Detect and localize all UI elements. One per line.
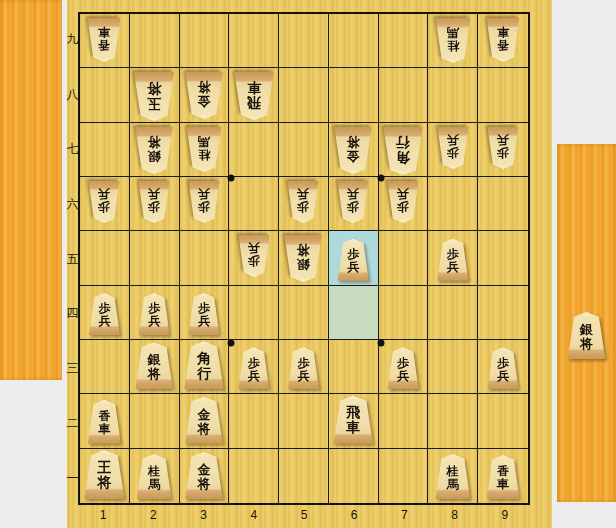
- piece-kanji-top: 王: [97, 461, 111, 475]
- piece-lance-top[interactable]: 香車: [486, 18, 521, 62]
- piece-face: 歩兵: [337, 239, 370, 281]
- piece-kanji-top: 香: [98, 410, 110, 422]
- square-5-3[interactable]: 歩兵: [279, 340, 329, 394]
- piece-kanji-bottom: 兵: [98, 188, 110, 200]
- square-2-6[interactable]: 歩兵: [130, 177, 180, 231]
- square-4-4[interactable]: [229, 286, 279, 340]
- square-9-9[interactable]: 香車: [478, 14, 528, 68]
- piece-pawn-bottom[interactable]: 歩兵: [138, 293, 171, 335]
- piece-kanji-bottom: 将: [580, 337, 593, 350]
- piece-kanji-bottom: 兵: [497, 134, 509, 146]
- file-label-6: 6: [329, 507, 379, 525]
- square-3-8[interactable]: 金将: [180, 68, 230, 122]
- piece-face: 歩兵: [88, 293, 121, 335]
- piece-kanji-bottom: 兵: [447, 261, 459, 273]
- piece-kanji-top: 飛: [346, 406, 360, 420]
- square-4-7[interactable]: [229, 123, 279, 177]
- square-2-2[interactable]: [130, 394, 180, 448]
- piece-kanji-bottom: 車: [247, 81, 261, 95]
- piece-face: 歩兵: [237, 347, 270, 389]
- piece-kanji-bottom: 将: [147, 81, 161, 95]
- piece-face: 歩兵: [487, 127, 520, 169]
- piece-kanji-bottom: 兵: [397, 370, 409, 382]
- square-1-1[interactable]: 王将: [80, 449, 130, 503]
- piece-kanji-bottom: 馬: [447, 478, 459, 490]
- piece-pawn-top[interactable]: 歩兵: [337, 181, 370, 223]
- file-label-5: 5: [279, 507, 329, 525]
- piece-kanji-top: 金: [347, 150, 360, 163]
- square-8-5[interactable]: 歩兵: [428, 231, 478, 285]
- piece-bishop-bottom[interactable]: 角行: [183, 341, 225, 389]
- rank-label-8: 八: [66, 87, 79, 101]
- piece-kanji-bottom: 車: [98, 423, 110, 435]
- square-8-7[interactable]: 歩兵: [428, 123, 478, 177]
- piece-face: 桂馬: [185, 127, 222, 172]
- piece-pawn-top[interactable]: 歩兵: [237, 235, 270, 277]
- square-3-7[interactable]: 桂馬: [180, 123, 230, 177]
- piece-face: 歩兵: [387, 181, 420, 223]
- piece-face: 歩兵: [337, 181, 370, 223]
- rank-label-4: 四: [66, 306, 79, 320]
- piece-face: 銀将: [134, 127, 174, 174]
- file-label-8: 8: [430, 507, 480, 525]
- rank-label-5: 五: [66, 252, 79, 266]
- square-6-4[interactable]: [329, 286, 379, 340]
- square-1-7[interactable]: [80, 123, 130, 177]
- piece-kanji-bottom: 馬: [148, 478, 160, 490]
- piece-kanji-bottom: 将: [148, 136, 161, 149]
- piece-kanji-top: 歩: [248, 357, 260, 369]
- square-9-6[interactable]: [478, 177, 528, 231]
- piece-pawn-bottom[interactable]: 歩兵: [287, 347, 320, 389]
- piece-kanji-top: 歩: [148, 302, 160, 314]
- rank-label-7: 七: [66, 142, 79, 156]
- square-5-7[interactable]: [279, 123, 329, 177]
- rank-label-9: 九: [66, 32, 79, 46]
- piece-kanji-top: 歩: [497, 357, 509, 369]
- square-1-8[interactable]: [80, 68, 130, 122]
- piece-kanji-top: 飛: [247, 96, 261, 110]
- square-8-2[interactable]: [428, 394, 478, 448]
- square-2-9[interactable]: [130, 14, 180, 68]
- file-label-9: 9: [480, 507, 530, 525]
- piece-kanji-top: 銀: [580, 323, 593, 336]
- piece-face: 金将: [184, 452, 224, 499]
- square-1-5[interactable]: [80, 231, 130, 285]
- piece-kanji-top: 桂: [447, 40, 459, 52]
- square-4-6[interactable]: [229, 177, 279, 231]
- square-4-8[interactable]: 飛車: [229, 68, 279, 122]
- piece-pawn-bottom[interactable]: 歩兵: [387, 347, 420, 389]
- piece-kanji-top: 歩: [248, 256, 260, 268]
- piece-silver-bottom[interactable]: 銀将: [567, 312, 607, 359]
- square-5-8[interactable]: [279, 68, 329, 122]
- piece-pawn-top[interactable]: 歩兵: [436, 127, 469, 169]
- piece-pawn-top[interactable]: 歩兵: [187, 181, 220, 223]
- piece-kanji-top: 香: [497, 40, 509, 52]
- piece-face: 香車: [486, 18, 521, 62]
- square-8-8[interactable]: [428, 68, 478, 122]
- piece-face: 角行: [183, 341, 225, 389]
- square-6-9[interactable]: [329, 14, 379, 68]
- square-6-8[interactable]: [329, 68, 379, 122]
- square-1-3[interactable]: [80, 340, 130, 394]
- piece-face: 歩兵: [88, 181, 121, 223]
- piece-pawn-top[interactable]: 歩兵: [287, 181, 320, 223]
- piece-kanji-bottom: 将: [148, 367, 161, 380]
- piece-kanji-bottom: 車: [346, 421, 360, 435]
- piece-lance-top[interactable]: 香車: [87, 18, 122, 62]
- piece-kanji-top: 銀: [297, 258, 310, 271]
- shogi-board: 香車桂馬香車玉将金将飛車銀将桂馬金将角行歩兵歩兵歩兵歩兵歩兵歩兵歩兵歩兵歩兵銀将…: [67, 0, 552, 528]
- piece-kanji-bottom: 車: [98, 27, 110, 39]
- square-9-3[interactable]: 歩兵: [478, 340, 528, 394]
- square-4-3[interactable]: 歩兵: [229, 340, 279, 394]
- piece-face: 銀将: [567, 312, 607, 359]
- piece-kanji-top: 銀: [148, 353, 161, 366]
- piece-face: 玉将: [133, 72, 176, 121]
- square-7-3[interactable]: 歩兵: [379, 340, 429, 394]
- square-5-4[interactable]: [279, 286, 329, 340]
- square-6-5[interactable]: 歩兵: [329, 231, 379, 285]
- square-8-1[interactable]: 桂馬: [428, 449, 478, 503]
- piece-face: 飛車: [233, 72, 275, 120]
- piece-kanji-bottom: 馬: [447, 27, 459, 39]
- rank-label-3: 三: [66, 361, 79, 375]
- piece-kanji-bottom: 将: [97, 476, 111, 490]
- rank-label-1: 一: [66, 471, 79, 485]
- square-3-2[interactable]: 金将: [180, 394, 230, 448]
- square-6-3[interactable]: [329, 340, 379, 394]
- piece-kanji-top: 金: [197, 463, 210, 476]
- piece-kanji-top: 金: [197, 408, 210, 421]
- piece-lance-bottom[interactable]: 香車: [87, 400, 122, 444]
- piece-bishop-top[interactable]: 角行: [382, 127, 424, 175]
- piece-kanji-top: 桂: [148, 465, 160, 477]
- square-1-9[interactable]: 香車: [80, 14, 130, 68]
- square-1-6[interactable]: 歩兵: [80, 177, 130, 231]
- piece-kanji-bottom: 将: [197, 81, 210, 94]
- square-9-4[interactable]: [478, 286, 528, 340]
- piece-gold-top[interactable]: 金将: [333, 127, 373, 174]
- square-4-2[interactable]: [229, 394, 279, 448]
- piece-kanji-bottom: 将: [197, 422, 210, 435]
- piece-kanji-top: 角: [197, 352, 211, 366]
- square-1-2[interactable]: 香車: [80, 394, 130, 448]
- piece-kanji-top: 歩: [198, 302, 210, 314]
- piece-kanji-bottom: 兵: [148, 188, 160, 200]
- square-5-9[interactable]: [279, 14, 329, 68]
- piece-face: 歩兵: [138, 181, 171, 223]
- square-6-6[interactable]: 歩兵: [329, 177, 379, 231]
- square-7-5[interactable]: [379, 231, 429, 285]
- piece-kanji-top: 金: [197, 95, 210, 108]
- piece-pawn-bottom[interactable]: 歩兵: [337, 239, 370, 281]
- file-label-2: 2: [128, 507, 178, 525]
- piece-lance-bottom[interactable]: 香車: [486, 455, 521, 499]
- piece-kanji-top: 桂: [447, 465, 459, 477]
- piece-kanji-top: 歩: [397, 201, 409, 213]
- piece-pawn-top[interactable]: 歩兵: [487, 127, 520, 169]
- piece-face: 歩兵: [387, 347, 420, 389]
- square-2-3[interactable]: 銀将: [130, 340, 180, 394]
- piece-face: 歩兵: [187, 181, 220, 223]
- piece-kanji-top: 銀: [148, 150, 161, 163]
- square-4-5[interactable]: 歩兵: [229, 231, 279, 285]
- square-3-3[interactable]: 角行: [180, 340, 230, 394]
- piece-silver-top[interactable]: 銀将: [283, 235, 323, 282]
- piece-face: 桂馬: [434, 18, 471, 63]
- piece-face: 香車: [486, 455, 521, 499]
- file-label-3: 3: [178, 507, 228, 525]
- piece-kanji-bottom: 兵: [248, 370, 260, 382]
- piece-face: 歩兵: [436, 239, 469, 281]
- piece-kanji-bottom: 兵: [148, 315, 160, 327]
- piece-silver-bottom[interactable]: 銀将: [134, 342, 174, 389]
- piece-kanji-top: 香: [98, 40, 110, 52]
- piece-kanji-bottom: 兵: [397, 188, 409, 200]
- piece-kanji-top: 香: [497, 465, 509, 477]
- piece-kanji-top: 歩: [148, 201, 160, 213]
- square-8-6[interactable]: [428, 177, 478, 231]
- square-9-8[interactable]: [478, 68, 528, 122]
- piece-face: 歩兵: [187, 293, 220, 335]
- piece-face: 桂馬: [434, 454, 471, 499]
- piece-face: 香車: [87, 400, 122, 444]
- piece-pawn-top[interactable]: 歩兵: [387, 181, 420, 223]
- square-3-5[interactable]: [180, 231, 230, 285]
- piece-face: 香車: [87, 18, 122, 62]
- captured-pieces-stand-bottom-player[interactable]: 銀将: [557, 144, 616, 502]
- square-1-4[interactable]: 歩兵: [80, 286, 130, 340]
- captured-pieces-stand-top-player[interactable]: [0, 0, 62, 380]
- board-grid: 香車桂馬香車玉将金将飛車銀将桂馬金将角行歩兵歩兵歩兵歩兵歩兵歩兵歩兵歩兵歩兵銀将…: [78, 12, 530, 505]
- piece-gold-bottom[interactable]: 金将: [184, 397, 224, 444]
- piece-face: 歩兵: [237, 235, 270, 277]
- square-2-7[interactable]: 銀将: [130, 123, 180, 177]
- piece-silver-top[interactable]: 銀将: [134, 127, 174, 174]
- piece-face: 歩兵: [287, 181, 320, 223]
- square-7-9[interactable]: [379, 14, 429, 68]
- square-9-2[interactable]: [478, 394, 528, 448]
- piece-face: 王将: [83, 450, 126, 499]
- piece-pawn-bottom[interactable]: 歩兵: [487, 347, 520, 389]
- square-7-6[interactable]: 歩兵: [379, 177, 429, 231]
- square-6-2[interactable]: 飛車: [329, 394, 379, 448]
- piece-kanji-bottom: 兵: [347, 261, 359, 273]
- square-2-8[interactable]: 玉将: [130, 68, 180, 122]
- piece-kanji-bottom: 車: [497, 478, 509, 490]
- square-9-7[interactable]: 歩兵: [478, 123, 528, 177]
- file-label-7: 7: [379, 507, 429, 525]
- piece-kanji-top: 歩: [497, 147, 509, 159]
- piece-face: 歩兵: [287, 347, 320, 389]
- piece-face: 歩兵: [487, 347, 520, 389]
- square-7-8[interactable]: [379, 68, 429, 122]
- piece-face: 角行: [382, 127, 424, 175]
- piece-face: 歩兵: [436, 127, 469, 169]
- piece-kanji-top: 歩: [297, 201, 309, 213]
- piece-rook-top[interactable]: 飛車: [233, 72, 275, 120]
- square-3-1[interactable]: 金将: [180, 449, 230, 503]
- piece-face: 銀将: [134, 342, 174, 389]
- square-4-1[interactable]: [229, 449, 279, 503]
- square-6-7[interactable]: 金将: [329, 123, 379, 177]
- piece-kanji-bottom: 行: [197, 367, 211, 381]
- piece-kanji-bottom: 兵: [297, 188, 309, 200]
- piece-pawn-top[interactable]: 歩兵: [88, 181, 121, 223]
- piece-king-top[interactable]: 玉将: [133, 72, 176, 121]
- piece-kanji-bottom: 将: [347, 136, 360, 149]
- piece-kanji-top: 歩: [98, 201, 110, 213]
- piece-pawn-bottom[interactable]: 歩兵: [88, 293, 121, 335]
- file-label-4: 4: [229, 507, 279, 525]
- piece-pawn-bottom[interactable]: 歩兵: [436, 239, 469, 281]
- square-2-4[interactable]: 歩兵: [130, 286, 180, 340]
- square-3-9[interactable]: [180, 14, 230, 68]
- piece-rook-bottom[interactable]: 飛車: [332, 396, 374, 444]
- piece-face: 桂馬: [136, 454, 173, 499]
- square-2-1[interactable]: 桂馬: [130, 449, 180, 503]
- rank-label-2: 二: [66, 416, 79, 430]
- square-5-2[interactable]: [279, 394, 329, 448]
- square-8-9[interactable]: 桂馬: [428, 14, 478, 68]
- file-label-1: 1: [78, 507, 128, 525]
- square-9-1[interactable]: 香車: [478, 449, 528, 503]
- piece-face: 金将: [184, 397, 224, 444]
- square-8-3[interactable]: [428, 340, 478, 394]
- piece-face: 銀将: [283, 235, 323, 282]
- piece-kanji-bottom: 車: [497, 27, 509, 39]
- square-7-4[interactable]: [379, 286, 429, 340]
- piece-kanji-top: 歩: [347, 201, 359, 213]
- piece-kanji-top: 角: [396, 150, 410, 164]
- square-5-1[interactable]: [279, 449, 329, 503]
- piece-kanji-top: 歩: [98, 302, 110, 314]
- piece-knight-bottom[interactable]: 桂馬: [434, 454, 471, 499]
- piece-kanji-bottom: 兵: [98, 315, 110, 327]
- piece-kanji-bottom: 兵: [347, 188, 359, 200]
- piece-kanji-bottom: 将: [197, 477, 210, 490]
- square-6-1[interactable]: [329, 449, 379, 503]
- piece-king-bottom[interactable]: 王将: [83, 450, 126, 499]
- piece-gold-bottom[interactable]: 金将: [184, 452, 224, 499]
- piece-kanji-bottom: 兵: [248, 243, 260, 255]
- square-9-5[interactable]: [478, 231, 528, 285]
- square-2-5[interactable]: [130, 231, 180, 285]
- piece-face: 金将: [333, 127, 373, 174]
- piece-kanji-bottom: 兵: [497, 370, 509, 382]
- square-3-4[interactable]: 歩兵: [180, 286, 230, 340]
- piece-face: 飛車: [332, 396, 374, 444]
- piece-kanji-top: 歩: [397, 357, 409, 369]
- square-7-7[interactable]: 角行: [379, 123, 429, 177]
- piece-kanji-bottom: 馬: [198, 136, 210, 148]
- piece-kanji-bottom: 兵: [297, 370, 309, 382]
- piece-kanji-top: 歩: [347, 248, 359, 260]
- piece-kanji-bottom: 兵: [447, 134, 459, 146]
- piece-kanji-bottom: 兵: [198, 188, 210, 200]
- rank-label-6: 六: [66, 197, 79, 211]
- square-7-2[interactable]: [379, 394, 429, 448]
- square-5-6[interactable]: 歩兵: [279, 177, 329, 231]
- piece-pawn-bottom[interactable]: 歩兵: [237, 347, 270, 389]
- piece-kanji-top: 桂: [198, 149, 210, 161]
- piece-face: 金将: [184, 72, 224, 119]
- square-7-1[interactable]: [379, 449, 429, 503]
- piece-pawn-top[interactable]: 歩兵: [138, 181, 171, 223]
- square-3-6[interactable]: 歩兵: [180, 177, 230, 231]
- piece-kanji-top: 歩: [297, 357, 309, 369]
- piece-gold-top[interactable]: 金将: [184, 72, 224, 119]
- piece-kanji-top: 歩: [447, 147, 459, 159]
- piece-knight-top[interactable]: 桂馬: [434, 18, 471, 63]
- piece-kanji-top: 歩: [447, 248, 459, 260]
- piece-knight-top[interactable]: 桂馬: [185, 127, 222, 172]
- piece-kanji-bottom: 行: [396, 135, 410, 149]
- square-8-4[interactable]: [428, 286, 478, 340]
- square-5-5[interactable]: 銀将: [279, 231, 329, 285]
- square-4-9[interactable]: [229, 14, 279, 68]
- piece-pawn-bottom[interactable]: 歩兵: [187, 293, 220, 335]
- piece-kanji-top: 玉: [147, 96, 161, 110]
- piece-knight-bottom[interactable]: 桂馬: [136, 454, 173, 499]
- piece-kanji-top: 歩: [198, 201, 210, 213]
- file-labels: 123456789: [78, 507, 530, 525]
- piece-kanji-bottom: 将: [297, 244, 310, 257]
- piece-kanji-bottom: 兵: [198, 315, 210, 327]
- piece-face: 歩兵: [138, 293, 171, 335]
